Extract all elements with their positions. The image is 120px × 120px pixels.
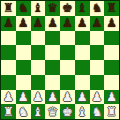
square-d4[interactable] — [45, 60, 60, 75]
square-g1[interactable]: ♞ — [90, 104, 105, 119]
square-h3[interactable] — [104, 75, 119, 90]
black-queen[interactable]: ♛ — [47, 2, 58, 14]
black-pawn[interactable]: ♟ — [62, 17, 73, 29]
square-a5[interactable] — [1, 45, 16, 60]
black-pawn[interactable]: ♟ — [18, 17, 29, 29]
square-h7[interactable]: ♟ — [104, 16, 119, 31]
black-bishop[interactable]: ♝ — [32, 2, 43, 14]
square-b2[interactable]: ♟ — [16, 90, 31, 105]
square-e6[interactable] — [60, 31, 75, 46]
square-g8[interactable]: ♞ — [90, 1, 105, 16]
square-f4[interactable] — [75, 60, 90, 75]
white-knight[interactable]: ♞ — [91, 105, 102, 117]
square-b5[interactable] — [16, 45, 31, 60]
square-c5[interactable] — [31, 45, 46, 60]
black-knight[interactable]: ♞ — [18, 2, 29, 14]
black-king[interactable]: ♚ — [62, 2, 73, 14]
black-bishop[interactable]: ♝ — [77, 2, 88, 14]
square-e8[interactable]: ♚ — [60, 1, 75, 16]
square-g6[interactable] — [90, 31, 105, 46]
square-d7[interactable]: ♟ — [45, 16, 60, 31]
black-pawn[interactable]: ♟ — [32, 17, 43, 29]
square-e4[interactable] — [60, 60, 75, 75]
white-rook[interactable]: ♜ — [3, 105, 14, 117]
square-f6[interactable] — [75, 31, 90, 46]
white-pawn[interactable]: ♟ — [47, 90, 58, 102]
black-pawn[interactable]: ♟ — [77, 17, 88, 29]
white-pawn[interactable]: ♟ — [62, 90, 73, 102]
square-d5[interactable] — [45, 45, 60, 60]
white-king[interactable]: ♚ — [62, 105, 73, 117]
square-f8[interactable]: ♝ — [75, 1, 90, 16]
square-c2[interactable]: ♟ — [31, 90, 46, 105]
square-c8[interactable]: ♝ — [31, 1, 46, 16]
square-b8[interactable]: ♞ — [16, 1, 31, 16]
square-g7[interactable]: ♟ — [90, 16, 105, 31]
square-h4[interactable] — [104, 60, 119, 75]
square-e1[interactable]: ♚ — [60, 104, 75, 119]
white-bishop[interactable]: ♝ — [32, 105, 43, 117]
white-rook[interactable]: ♜ — [106, 105, 117, 117]
white-pawn[interactable]: ♟ — [18, 90, 29, 102]
square-b3[interactable] — [16, 75, 31, 90]
square-c6[interactable] — [31, 31, 46, 46]
square-f3[interactable] — [75, 75, 90, 90]
square-a8[interactable]: ♜ — [1, 1, 16, 16]
square-f5[interactable] — [75, 45, 90, 60]
square-c1[interactable]: ♝ — [31, 104, 46, 119]
square-c4[interactable] — [31, 60, 46, 75]
square-h8[interactable]: ♜ — [104, 1, 119, 16]
square-e2[interactable]: ♟ — [60, 90, 75, 105]
black-pawn[interactable]: ♟ — [3, 17, 14, 29]
square-e3[interactable] — [60, 75, 75, 90]
square-h1[interactable]: ♜ — [104, 104, 119, 119]
square-g2[interactable]: ♟ — [90, 90, 105, 105]
white-pawn[interactable]: ♟ — [106, 90, 117, 102]
white-knight[interactable]: ♞ — [18, 105, 29, 117]
square-f7[interactable]: ♟ — [75, 16, 90, 31]
square-d8[interactable]: ♛ — [45, 1, 60, 16]
square-d2[interactable]: ♟ — [45, 90, 60, 105]
square-c3[interactable] — [31, 75, 46, 90]
black-pawn[interactable]: ♟ — [47, 17, 58, 29]
white-pawn[interactable]: ♟ — [3, 90, 14, 102]
white-pawn[interactable]: ♟ — [32, 90, 43, 102]
square-g4[interactable] — [90, 60, 105, 75]
square-a3[interactable] — [1, 75, 16, 90]
square-f2[interactable]: ♟ — [75, 90, 90, 105]
square-b1[interactable]: ♞ — [16, 104, 31, 119]
white-queen[interactable]: ♛ — [47, 105, 58, 117]
black-knight[interactable]: ♞ — [91, 2, 102, 14]
black-pawn[interactable]: ♟ — [106, 17, 117, 29]
square-g3[interactable] — [90, 75, 105, 90]
square-a4[interactable] — [1, 60, 16, 75]
chess-board: ♜♞♝♛♚♝♞♜♟♟♟♟♟♟♟♟♟♟♟♟♟♟♟♟♜♞♝♛♚♝♞♜ — [0, 0, 120, 120]
square-a2[interactable]: ♟ — [1, 90, 16, 105]
white-pawn[interactable]: ♟ — [91, 90, 102, 102]
square-b4[interactable] — [16, 60, 31, 75]
square-d1[interactable]: ♛ — [45, 104, 60, 119]
white-bishop[interactable]: ♝ — [77, 105, 88, 117]
square-d6[interactable] — [45, 31, 60, 46]
square-a7[interactable]: ♟ — [1, 16, 16, 31]
square-h2[interactable]: ♟ — [104, 90, 119, 105]
square-d3[interactable] — [45, 75, 60, 90]
square-b7[interactable]: ♟ — [16, 16, 31, 31]
square-c7[interactable]: ♟ — [31, 16, 46, 31]
black-rook[interactable]: ♜ — [106, 2, 117, 14]
square-f1[interactable]: ♝ — [75, 104, 90, 119]
square-b6[interactable] — [16, 31, 31, 46]
square-e7[interactable]: ♟ — [60, 16, 75, 31]
square-e5[interactable] — [60, 45, 75, 60]
black-pawn[interactable]: ♟ — [91, 17, 102, 29]
square-a1[interactable]: ♜ — [1, 104, 16, 119]
black-rook[interactable]: ♜ — [3, 2, 14, 14]
square-g5[interactable] — [90, 45, 105, 60]
square-a6[interactable] — [1, 31, 16, 46]
white-pawn[interactable]: ♟ — [77, 90, 88, 102]
square-h5[interactable] — [104, 45, 119, 60]
square-h6[interactable] — [104, 31, 119, 46]
